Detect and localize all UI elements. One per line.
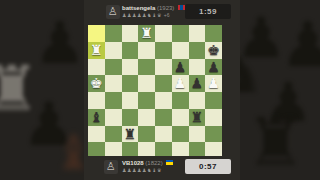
square-e7[interactable] <box>155 42 172 59</box>
square-a7[interactable]: ♜ <box>88 42 105 59</box>
top-player-avatar[interactable]: ♙ <box>106 5 120 19</box>
square-c2[interactable]: ♜ <box>122 126 139 143</box>
square-g2[interactable] <box>189 126 206 143</box>
square-f6[interactable]: ♟ <box>172 59 189 76</box>
square-g6[interactable] <box>189 59 206 76</box>
bottom-player-clock: 0:57 <box>185 159 231 174</box>
bottom-player-captured-pieces: ♟♟♟♟♟♞♝♛ <box>122 167 162 173</box>
square-c7[interactable] <box>122 42 139 59</box>
square-g5[interactable]: ♟ <box>189 75 206 92</box>
bottom-player-rating: (1822) <box>145 160 162 166</box>
square-f3[interactable] <box>172 109 189 126</box>
square-g3[interactable]: ♜ <box>189 109 206 126</box>
square-a5[interactable]: ♚ <box>88 75 105 92</box>
square-d8[interactable]: ♜ <box>138 25 155 42</box>
square-a4[interactable] <box>88 92 105 109</box>
square-c5[interactable] <box>122 75 139 92</box>
square-a6[interactable] <box>88 59 105 76</box>
piece-white-pawn-f5[interactable]: ♟ <box>172 75 189 92</box>
square-g8[interactable] <box>189 25 206 42</box>
square-d2[interactable] <box>138 126 155 143</box>
square-a8[interactable] <box>88 25 105 42</box>
piece-black-pawn-h6[interactable]: ♟ <box>205 59 222 76</box>
bottom-player-avatar[interactable]: ♙ <box>104 160 118 174</box>
square-d7[interactable] <box>138 42 155 59</box>
piece-black-king-h7[interactable]: ♚ <box>205 42 222 59</box>
square-f8[interactable] <box>172 25 189 42</box>
piece-white-rook-d8[interactable]: ♜ <box>138 25 155 42</box>
piece-black-rook-c2[interactable]: ♜ <box>122 126 139 143</box>
square-h4[interactable] <box>205 92 222 109</box>
square-c6[interactable] <box>122 59 139 76</box>
square-f2[interactable] <box>172 126 189 143</box>
square-b4[interactable] <box>105 92 122 109</box>
square-e3[interactable] <box>155 109 172 126</box>
ghost-pawn-icon: ♟ <box>34 14 86 72</box>
square-b5[interactable] <box>105 75 122 92</box>
top-player-clock: 1:59 <box>185 4 231 19</box>
square-h5[interactable]: ♟ <box>205 75 222 92</box>
square-b8[interactable] <box>105 25 122 42</box>
square-h6[interactable]: ♟ <box>205 59 222 76</box>
square-a2[interactable] <box>88 126 105 143</box>
square-f4[interactable] <box>172 92 189 109</box>
square-b6[interactable] <box>105 59 122 76</box>
top-player-captured-pieces: ♟♟♟♟♟♞♝♛ <box>122 12 162 18</box>
piece-white-rook-a7[interactable]: ♜ <box>88 42 105 59</box>
top-player-bar: ♙ battsengela (1923) ♟♟♟♟♟♞♝♛+6 1:59 <box>84 0 240 24</box>
piece-black-rook-g3[interactable]: ♜ <box>189 109 206 126</box>
square-h3[interactable] <box>205 109 222 126</box>
square-h7[interactable]: ♚ <box>205 42 222 59</box>
square-b2[interactable] <box>105 126 122 143</box>
piece-black-pawn-g5[interactable]: ♟ <box>189 75 206 92</box>
square-e4[interactable] <box>155 92 172 109</box>
square-g7[interactable] <box>189 42 206 59</box>
chess-board[interactable]: ♜♜♚♟♟♚♟♟♟♝♜♜ <box>88 25 222 159</box>
ghost-pawn-icon: ♟ <box>280 14 320 76</box>
square-b3[interactable] <box>105 109 122 126</box>
top-player-rating: (1923) <box>157 5 174 11</box>
piece-black-bishop-a3[interactable]: ♝ <box>88 109 105 126</box>
square-h8[interactable] <box>205 25 222 42</box>
screenshot-stage: ♟ ♜ ♟ ♝ ♟ ♟ ♞ ♟ ♜ ♙ battsengela (1923) ♟… <box>0 0 320 180</box>
square-a3[interactable]: ♝ <box>88 109 105 126</box>
square-d3[interactable] <box>138 109 155 126</box>
ukraine-flag-icon <box>166 160 173 165</box>
top-player-name: battsengela <box>122 5 155 11</box>
square-e6[interactable] <box>155 59 172 76</box>
square-f5[interactable]: ♟ <box>172 75 189 92</box>
piece-white-pawn-h5[interactable]: ♟ <box>205 75 222 92</box>
square-b7[interactable] <box>105 42 122 59</box>
square-d4[interactable] <box>138 92 155 109</box>
top-player-material-advantage: +6 <box>164 12 170 18</box>
bottom-player-name: VB1028 <box>122 160 144 166</box>
square-h2[interactable] <box>205 126 222 143</box>
square-d6[interactable] <box>138 59 155 76</box>
square-e2[interactable] <box>155 126 172 143</box>
ghost-rook-icon: ♜ <box>246 110 305 176</box>
square-c4[interactable] <box>122 92 139 109</box>
piece-white-king-a5[interactable]: ♚ <box>88 75 105 92</box>
square-g4[interactable] <box>189 92 206 109</box>
square-f7[interactable] <box>172 42 189 59</box>
square-e5[interactable] <box>155 75 172 92</box>
mongolia-flag-icon <box>178 5 185 10</box>
square-d5[interactable] <box>138 75 155 92</box>
bottom-player-bar: ♙ VB1028 (1822) ♟♟♟♟♟♞♝♛ 0:57 <box>84 156 240 180</box>
square-c3[interactable] <box>122 109 139 126</box>
square-e8[interactable] <box>155 25 172 42</box>
square-c8[interactable] <box>122 25 139 42</box>
piece-black-pawn-f6[interactable]: ♟ <box>172 59 189 76</box>
